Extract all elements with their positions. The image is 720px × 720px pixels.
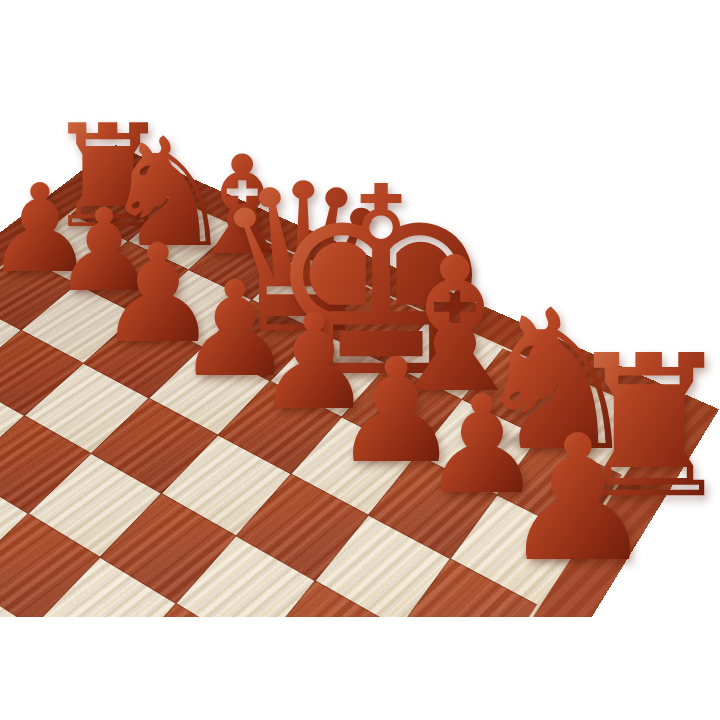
- chess-board: [0, 145, 719, 617]
- chess-set-photo: ♜♞♝♛♚♝♞♜♟♟♟♟♟♟♟♟: [0, 0, 720, 617]
- product-photo-stage: ♜♞♝♛♚♝♞♜♟♟♟♟♟♟♟♟: [0, 0, 720, 720]
- board-squares-grid: [0, 176, 659, 617]
- board-scene: [0, 0, 720, 617]
